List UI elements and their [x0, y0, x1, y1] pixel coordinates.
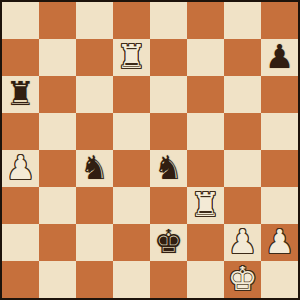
- square-g4[interactable]: [224, 150, 261, 187]
- square-a8[interactable]: [2, 2, 39, 39]
- square-e8[interactable]: [150, 2, 187, 39]
- square-e5[interactable]: [150, 113, 187, 150]
- square-a3[interactable]: [2, 187, 39, 224]
- square-g5[interactable]: [224, 113, 261, 150]
- square-g3[interactable]: [224, 187, 261, 224]
- square-d6[interactable]: [113, 76, 150, 113]
- square-b6[interactable]: [39, 76, 76, 113]
- square-f5[interactable]: [187, 113, 224, 150]
- square-b4[interactable]: [39, 150, 76, 187]
- square-b1[interactable]: [39, 261, 76, 298]
- square-a1[interactable]: [2, 261, 39, 298]
- square-h3[interactable]: [261, 187, 298, 224]
- square-h7[interactable]: ♟: [261, 39, 298, 76]
- square-d8[interactable]: [113, 2, 150, 39]
- white-pawn[interactable]: ♟: [6, 151, 36, 184]
- black-rook[interactable]: ♜: [6, 77, 36, 110]
- black-knight[interactable]: ♞: [154, 151, 184, 184]
- square-h8[interactable]: [261, 2, 298, 39]
- chess-board: ♜♟♜♟♞♞♜♚♟♟♚: [2, 2, 298, 298]
- black-pawn[interactable]: ♟: [265, 40, 295, 73]
- square-f8[interactable]: [187, 2, 224, 39]
- square-c8[interactable]: [76, 2, 113, 39]
- square-a4[interactable]: ♟: [2, 150, 39, 187]
- square-f7[interactable]: [187, 39, 224, 76]
- square-f4[interactable]: [187, 150, 224, 187]
- square-h4[interactable]: [261, 150, 298, 187]
- square-h5[interactable]: [261, 113, 298, 150]
- square-e7[interactable]: [150, 39, 187, 76]
- chess-board-frame: ♜♟♜♟♞♞♜♚♟♟♚: [0, 0, 300, 300]
- square-e3[interactable]: [150, 187, 187, 224]
- square-a2[interactable]: [2, 224, 39, 261]
- white-pawn[interactable]: ♟: [228, 225, 258, 258]
- black-knight[interactable]: ♞: [80, 151, 110, 184]
- square-c6[interactable]: [76, 76, 113, 113]
- square-d4[interactable]: [113, 150, 150, 187]
- square-g7[interactable]: [224, 39, 261, 76]
- square-b8[interactable]: [39, 2, 76, 39]
- white-rook[interactable]: ♜: [117, 40, 147, 73]
- square-c7[interactable]: [76, 39, 113, 76]
- square-d2[interactable]: [113, 224, 150, 261]
- square-g6[interactable]: [224, 76, 261, 113]
- square-c5[interactable]: [76, 113, 113, 150]
- white-rook[interactable]: ♜: [191, 188, 221, 221]
- square-e2[interactable]: ♚: [150, 224, 187, 261]
- white-king[interactable]: ♚: [228, 262, 258, 295]
- square-g1[interactable]: ♚: [224, 261, 261, 298]
- square-e4[interactable]: ♞: [150, 150, 187, 187]
- square-b3[interactable]: [39, 187, 76, 224]
- square-f3[interactable]: ♜: [187, 187, 224, 224]
- square-h6[interactable]: [261, 76, 298, 113]
- square-f2[interactable]: [187, 224, 224, 261]
- white-pawn[interactable]: ♟: [265, 225, 295, 258]
- square-f6[interactable]: [187, 76, 224, 113]
- square-h2[interactable]: ♟: [261, 224, 298, 261]
- square-c4[interactable]: ♞: [76, 150, 113, 187]
- square-d3[interactable]: [113, 187, 150, 224]
- square-c2[interactable]: [76, 224, 113, 261]
- square-d1[interactable]: [113, 261, 150, 298]
- square-a5[interactable]: [2, 113, 39, 150]
- square-c1[interactable]: [76, 261, 113, 298]
- square-c3[interactable]: [76, 187, 113, 224]
- square-h1[interactable]: [261, 261, 298, 298]
- square-a7[interactable]: [2, 39, 39, 76]
- square-b2[interactable]: [39, 224, 76, 261]
- square-e1[interactable]: [150, 261, 187, 298]
- square-d7[interactable]: ♜: [113, 39, 150, 76]
- square-e6[interactable]: [150, 76, 187, 113]
- square-g2[interactable]: ♟: [224, 224, 261, 261]
- square-f1[interactable]: [187, 261, 224, 298]
- square-b7[interactable]: [39, 39, 76, 76]
- black-king[interactable]: ♚: [154, 225, 184, 258]
- square-d5[interactable]: [113, 113, 150, 150]
- square-a6[interactable]: ♜: [2, 76, 39, 113]
- square-b5[interactable]: [39, 113, 76, 150]
- square-g8[interactable]: [224, 2, 261, 39]
